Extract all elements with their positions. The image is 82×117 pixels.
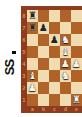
file-label-c: c	[49, 106, 60, 113]
square-e2[interactable]	[71, 82, 82, 94]
square-d7[interactable]	[60, 22, 71, 34]
square-b6[interactable]	[38, 34, 49, 46]
square-c7[interactable]	[49, 22, 60, 34]
square-c3[interactable]	[49, 70, 60, 82]
square-d4[interactable]: ♟	[60, 58, 71, 70]
square-a6[interactable]	[27, 34, 38, 46]
square-c5[interactable]	[49, 46, 60, 58]
square-e5[interactable]	[71, 46, 82, 58]
file-label-b: b	[38, 106, 49, 113]
piece-black-pawn[interactable]: ♟	[50, 34, 59, 46]
square-d3[interactable]: ♞	[60, 70, 71, 82]
square-a7[interactable]: ♜	[27, 22, 38, 34]
piece-black-rook[interactable]: ♜	[28, 10, 37, 22]
square-b3[interactable]	[38, 70, 49, 82]
piece-white-bishop[interactable]: ♝	[61, 46, 70, 58]
piece-white-pawn[interactable]: ♟	[61, 58, 70, 70]
square-b1[interactable]	[38, 94, 49, 106]
square-b4[interactable]	[38, 58, 49, 70]
square-b5[interactable]	[38, 46, 49, 58]
file-label-e: e	[71, 106, 82, 113]
square-a5[interactable]	[27, 46, 38, 58]
square-a8[interactable]: ♜	[27, 10, 38, 22]
square-d5[interactable]: ♝	[60, 46, 71, 58]
square-a1[interactable]	[27, 94, 38, 106]
square-b8[interactable]	[38, 10, 49, 22]
square-d2[interactable]	[60, 82, 71, 94]
page: SS 87654321 ♜♜♟♟♞♝♟♟♝♞♟♜ abcde	[0, 0, 82, 117]
piece-white-knight[interactable]: ♞	[61, 70, 70, 82]
square-e1[interactable]: ♜	[71, 94, 82, 106]
logo-text-label: SS	[3, 59, 18, 74]
square-e4[interactable]: ♟	[71, 58, 82, 70]
square-d1[interactable]	[60, 94, 71, 106]
board-grid: ♜♜♟♟♞♝♟♟♝♞♟♜	[27, 10, 82, 106]
piece-white-knight[interactable]: ♞	[61, 34, 70, 46]
square-b7[interactable]: ♟	[38, 22, 49, 34]
square-e7[interactable]	[71, 22, 82, 34]
chess-board: 87654321 ♜♜♟♟♞♝♟♟♝♞♟♜ abcde	[21, 6, 82, 113]
square-c6[interactable]: ♟	[49, 34, 60, 46]
square-b2[interactable]	[38, 82, 49, 94]
piece-white-pawn[interactable]: ♟	[72, 58, 81, 70]
square-a2[interactable]: ♟	[27, 82, 38, 94]
piece-white-rook[interactable]: ♜	[72, 94, 81, 106]
square-e6[interactable]	[71, 34, 82, 46]
square-c1[interactable]	[49, 94, 60, 106]
piece-white-bishop[interactable]: ♝	[28, 70, 37, 82]
square-a3[interactable]: ♝	[27, 70, 38, 82]
square-e3[interactable]	[71, 70, 82, 82]
square-a4[interactable]	[27, 58, 38, 70]
square-c4[interactable]	[49, 58, 60, 70]
file-label-a: a	[27, 106, 38, 113]
square-c2[interactable]	[49, 82, 60, 94]
file-label-d: d	[60, 106, 71, 113]
square-c8[interactable]	[49, 10, 60, 22]
logo-text: SS	[0, 50, 20, 84]
square-d6[interactable]: ♞	[60, 34, 71, 46]
piece-black-rook[interactable]: ♜	[28, 22, 37, 34]
file-labels: abcde	[27, 106, 82, 113]
logo-mark	[12, 51, 16, 54]
piece-black-pawn[interactable]: ♟	[39, 22, 48, 34]
square-d8[interactable]	[60, 10, 71, 22]
piece-white-pawn[interactable]: ♟	[28, 82, 37, 94]
square-e8[interactable]	[71, 10, 82, 22]
